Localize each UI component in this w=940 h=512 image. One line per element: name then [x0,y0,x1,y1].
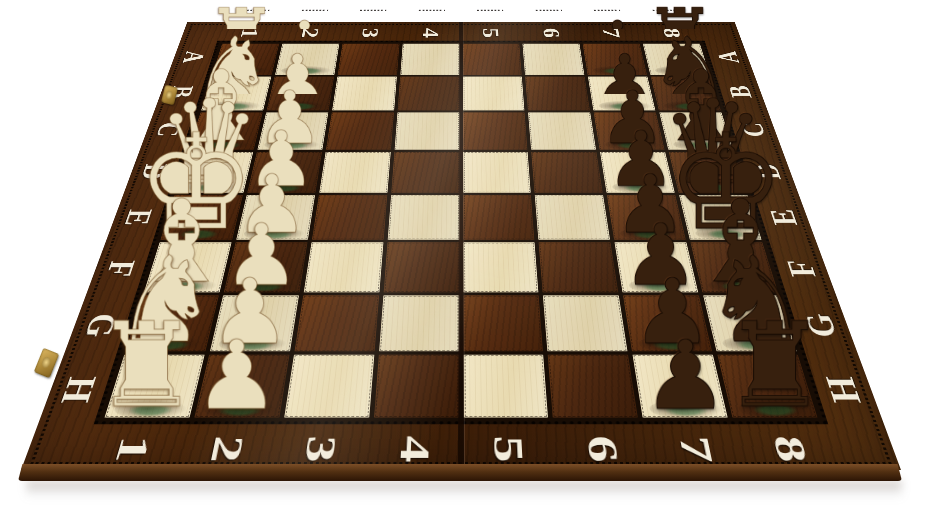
square-b6 [525,76,590,110]
square-g3 [294,296,379,352]
chess-board: 12345678 12345678 ABCDEFGH ABCDEFGH ♜♟♟♜… [21,22,901,470]
square-f6 [539,243,619,293]
square-g4 [379,296,459,352]
square-d3 [319,152,390,193]
square-a5 [463,44,522,75]
piece-shadow [611,181,671,194]
square-c5 [463,112,528,149]
square-e6 [535,195,610,240]
square-e3 [312,195,387,240]
square-e4 [387,195,459,240]
square-d6 [531,152,602,193]
square-c4 [394,112,459,149]
square-h4 [374,355,459,418]
square-d4 [391,152,459,193]
square-a6 [523,44,585,75]
square-f4 [383,243,459,293]
square-h5 [463,355,548,418]
square-b3 [332,76,397,110]
piece-shadow [598,101,653,112]
square-b4 [397,76,459,110]
square-h6 [548,355,638,418]
square-c3 [326,112,394,149]
square-c6 [528,112,596,149]
square-f3 [303,243,383,293]
chess-set-photo: 12345678 12345678 ABCDEFGH ABCDEFGH ♜♟♟♜… [0,0,940,512]
piece-shadow [604,139,661,151]
square-a4 [400,44,459,75]
piece-shadow [592,66,644,76]
square-e5 [463,195,535,240]
square-g5 [463,296,543,352]
square-b5 [463,76,525,110]
square-g6 [543,296,628,352]
square-h3 [284,355,374,418]
square-a3 [338,44,400,75]
square-f5 [463,243,539,293]
board-front-edge [18,464,902,481]
square-d5 [463,152,531,193]
floor-shadow [26,481,902,499]
